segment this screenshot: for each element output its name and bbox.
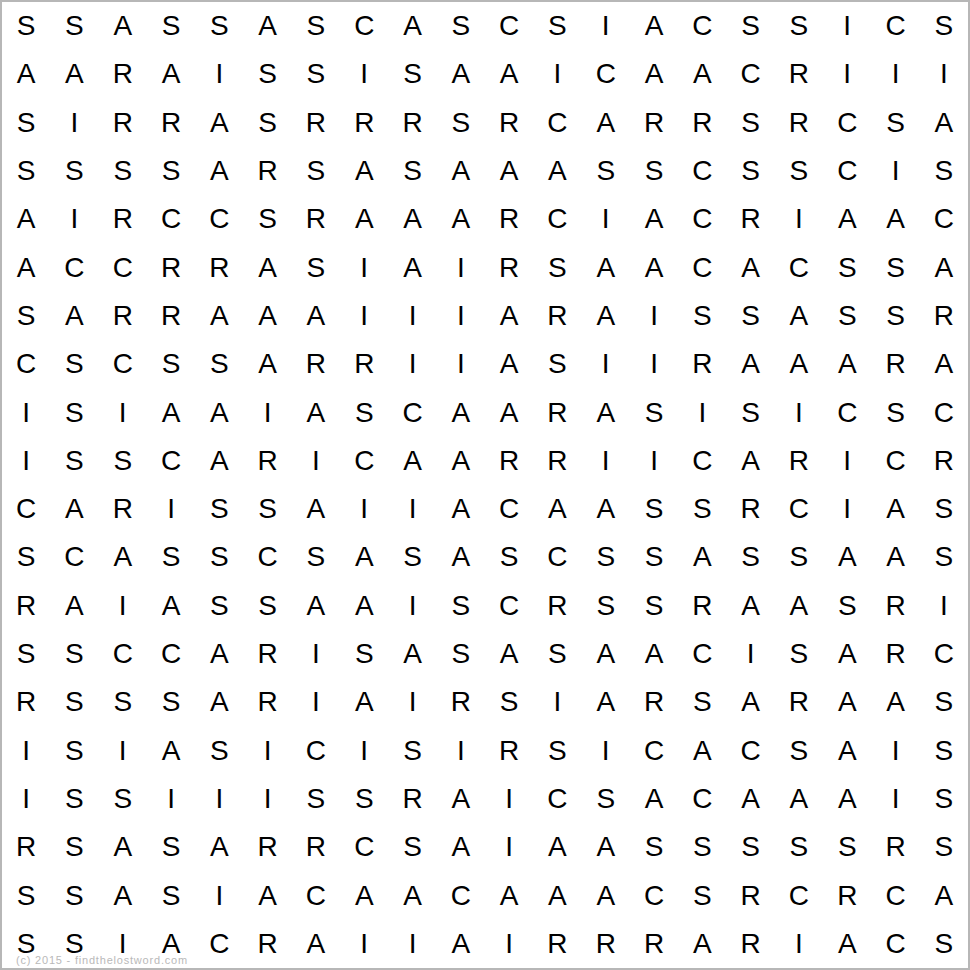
- grid-cell-r20c8[interactable]: I: [340, 920, 388, 968]
- grid-cell-r5c7[interactable]: R: [292, 195, 340, 243]
- grid-cell-r17c1[interactable]: I: [2, 775, 50, 823]
- grid-cell-r12c15[interactable]: A: [678, 533, 726, 581]
- grid-cell-r19c20[interactable]: A: [920, 871, 968, 919]
- grid-cell-r19c15[interactable]: S: [678, 871, 726, 919]
- grid-cell-r10c11[interactable]: R: [485, 437, 533, 485]
- grid-cell-r16c14[interactable]: C: [630, 726, 678, 774]
- grid-cell-r7c18[interactable]: S: [823, 292, 871, 340]
- grid-cell-r16c2[interactable]: S: [50, 726, 98, 774]
- grid-cell-r3c4[interactable]: R: [147, 99, 195, 147]
- grid-cell-r3c12[interactable]: C: [533, 99, 581, 147]
- grid-cell-r2c8[interactable]: I: [340, 50, 388, 98]
- grid-cell-r2c1[interactable]: A: [2, 50, 50, 98]
- grid-cell-r20c3[interactable]: I: [99, 920, 147, 968]
- grid-cell-r11c14[interactable]: S: [630, 485, 678, 533]
- grid-cell-r1c12[interactable]: S: [533, 2, 581, 50]
- grid-cell-r1c19[interactable]: C: [871, 2, 919, 50]
- grid-cell-r19c2[interactable]: S: [50, 871, 98, 919]
- grid-cell-r17c4[interactable]: I: [147, 775, 195, 823]
- grid-cell-r13c13[interactable]: S: [582, 582, 630, 630]
- grid-cell-r11c7[interactable]: A: [292, 485, 340, 533]
- grid-cell-r16c1[interactable]: I: [2, 726, 50, 774]
- grid-cell-r10c18[interactable]: I: [823, 437, 871, 485]
- grid-cell-r3c18[interactable]: C: [823, 99, 871, 147]
- grid-cell-r1c20[interactable]: S: [920, 2, 968, 50]
- grid-cell-r8c12[interactable]: S: [533, 340, 581, 388]
- grid-cell-r14c11[interactable]: A: [485, 630, 533, 678]
- grid-cell-r14c15[interactable]: C: [678, 630, 726, 678]
- grid-cell-r19c5[interactable]: I: [195, 871, 243, 919]
- grid-cell-r9c12[interactable]: R: [533, 388, 581, 436]
- grid-cell-r14c8[interactable]: S: [340, 630, 388, 678]
- grid-cell-r13c10[interactable]: S: [437, 582, 485, 630]
- grid-cell-r13c20[interactable]: I: [920, 582, 968, 630]
- grid-cell-r9c1[interactable]: I: [2, 388, 50, 436]
- grid-cell-r14c17[interactable]: S: [775, 630, 823, 678]
- grid-cell-r7c10[interactable]: I: [437, 292, 485, 340]
- grid-cell-r20c7[interactable]: A: [292, 920, 340, 968]
- grid-cell-r16c12[interactable]: S: [533, 726, 581, 774]
- grid-cell-r6c4[interactable]: R: [147, 243, 195, 291]
- grid-cell-r7c9[interactable]: I: [388, 292, 436, 340]
- grid-cell-r19c18[interactable]: R: [823, 871, 871, 919]
- grid-cell-r20c19[interactable]: C: [871, 920, 919, 968]
- grid-cell-r9c11[interactable]: A: [485, 388, 533, 436]
- grid-cell-r8c14[interactable]: I: [630, 340, 678, 388]
- grid-cell-r3c6[interactable]: S: [243, 99, 291, 147]
- grid-cell-r19c1[interactable]: S: [2, 871, 50, 919]
- grid-cell-r10c19[interactable]: C: [871, 437, 919, 485]
- grid-cell-r19c13[interactable]: A: [582, 871, 630, 919]
- grid-cell-r19c16[interactable]: R: [726, 871, 774, 919]
- grid-cell-r3c7[interactable]: R: [292, 99, 340, 147]
- grid-cell-r1c3[interactable]: A: [99, 2, 147, 50]
- grid-cell-r3c5[interactable]: A: [195, 99, 243, 147]
- grid-cell-r15c7[interactable]: I: [292, 678, 340, 726]
- grid-cell-r11c19[interactable]: A: [871, 485, 919, 533]
- grid-cell-r2c10[interactable]: A: [437, 50, 485, 98]
- grid-cell-r3c2[interactable]: I: [50, 99, 98, 147]
- grid-cell-r5c6[interactable]: S: [243, 195, 291, 243]
- grid-cell-r4c10[interactable]: A: [437, 147, 485, 195]
- grid-cell-r4c17[interactable]: S: [775, 147, 823, 195]
- grid-cell-r12c5[interactable]: S: [195, 533, 243, 581]
- grid-cell-r16c3[interactable]: I: [99, 726, 147, 774]
- grid-cell-r12c14[interactable]: S: [630, 533, 678, 581]
- grid-cell-r20c14[interactable]: R: [630, 920, 678, 968]
- grid-cell-r5c20[interactable]: C: [920, 195, 968, 243]
- grid-cell-r5c8[interactable]: A: [340, 195, 388, 243]
- grid-cell-r6c1[interactable]: A: [2, 243, 50, 291]
- grid-cell-r18c13[interactable]: A: [582, 823, 630, 871]
- grid-cell-r9c17[interactable]: I: [775, 388, 823, 436]
- grid-cell-r10c4[interactable]: C: [147, 437, 195, 485]
- grid-cell-r18c11[interactable]: I: [485, 823, 533, 871]
- grid-cell-r6c9[interactable]: A: [388, 243, 436, 291]
- grid-cell-r5c5[interactable]: C: [195, 195, 243, 243]
- grid-cell-r16c11[interactable]: R: [485, 726, 533, 774]
- grid-cell-r17c5[interactable]: I: [195, 775, 243, 823]
- grid-cell-r4c14[interactable]: S: [630, 147, 678, 195]
- grid-cell-r18c17[interactable]: S: [775, 823, 823, 871]
- grid-cell-r10c20[interactable]: R: [920, 437, 968, 485]
- grid-cell-r4c16[interactable]: S: [726, 147, 774, 195]
- grid-cell-r5c1[interactable]: A: [2, 195, 50, 243]
- grid-cell-r8c20[interactable]: A: [920, 340, 968, 388]
- grid-cell-r7c12[interactable]: R: [533, 292, 581, 340]
- grid-cell-r9c7[interactable]: A: [292, 388, 340, 436]
- grid-cell-r15c2[interactable]: S: [50, 678, 98, 726]
- grid-cell-r5c10[interactable]: A: [437, 195, 485, 243]
- grid-cell-r11c12[interactable]: A: [533, 485, 581, 533]
- grid-cell-r12c20[interactable]: S: [920, 533, 968, 581]
- grid-cell-r19c3[interactable]: A: [99, 871, 147, 919]
- grid-cell-r5c12[interactable]: C: [533, 195, 581, 243]
- grid-cell-r11c3[interactable]: R: [99, 485, 147, 533]
- grid-cell-r20c5[interactable]: C: [195, 920, 243, 968]
- grid-cell-r17c7[interactable]: S: [292, 775, 340, 823]
- grid-cell-r6c10[interactable]: I: [437, 243, 485, 291]
- grid-cell-r2c14[interactable]: A: [630, 50, 678, 98]
- grid-cell-r7c1[interactable]: S: [2, 292, 50, 340]
- grid-cell-r6c17[interactable]: C: [775, 243, 823, 291]
- grid-cell-r17c16[interactable]: A: [726, 775, 774, 823]
- grid-cell-r3c11[interactable]: R: [485, 99, 533, 147]
- grid-cell-r15c10[interactable]: R: [437, 678, 485, 726]
- grid-cell-r12c10[interactable]: A: [437, 533, 485, 581]
- grid-cell-r7c3[interactable]: R: [99, 292, 147, 340]
- grid-cell-r3c19[interactable]: S: [871, 99, 919, 147]
- grid-cell-r16c16[interactable]: C: [726, 726, 774, 774]
- grid-cell-r18c3[interactable]: A: [99, 823, 147, 871]
- grid-cell-r20c4[interactable]: A: [147, 920, 195, 968]
- grid-cell-r5c19[interactable]: A: [871, 195, 919, 243]
- grid-cell-r2c11[interactable]: A: [485, 50, 533, 98]
- grid-cell-r15c14[interactable]: R: [630, 678, 678, 726]
- grid-cell-r9c4[interactable]: A: [147, 388, 195, 436]
- grid-cell-r4c1[interactable]: S: [2, 147, 50, 195]
- grid-cell-r9c8[interactable]: S: [340, 388, 388, 436]
- grid-cell-r18c6[interactable]: R: [243, 823, 291, 871]
- grid-cell-r14c6[interactable]: R: [243, 630, 291, 678]
- grid-cell-r11c2[interactable]: A: [50, 485, 98, 533]
- grid-cell-r5c9[interactable]: A: [388, 195, 436, 243]
- grid-cell-r13c1[interactable]: R: [2, 582, 50, 630]
- grid-cell-r9c9[interactable]: C: [388, 388, 436, 436]
- grid-cell-r5c11[interactable]: R: [485, 195, 533, 243]
- grid-cell-r6c5[interactable]: R: [195, 243, 243, 291]
- grid-cell-r5c13[interactable]: I: [582, 195, 630, 243]
- grid-cell-r13c4[interactable]: A: [147, 582, 195, 630]
- grid-cell-r7c17[interactable]: A: [775, 292, 823, 340]
- grid-cell-r5c16[interactable]: R: [726, 195, 774, 243]
- grid-cell-r12c6[interactable]: C: [243, 533, 291, 581]
- grid-cell-r15c20[interactable]: S: [920, 678, 968, 726]
- grid-cell-r15c5[interactable]: A: [195, 678, 243, 726]
- grid-cell-r7c6[interactable]: A: [243, 292, 291, 340]
- grid-cell-r10c1[interactable]: I: [2, 437, 50, 485]
- grid-cell-r20c17[interactable]: I: [775, 920, 823, 968]
- grid-cell-r8c2[interactable]: S: [50, 340, 98, 388]
- grid-cell-r3c15[interactable]: R: [678, 99, 726, 147]
- grid-cell-r4c9[interactable]: S: [388, 147, 436, 195]
- grid-cell-r11c15[interactable]: S: [678, 485, 726, 533]
- grid-cell-r9c19[interactable]: S: [871, 388, 919, 436]
- grid-cell-r18c15[interactable]: S: [678, 823, 726, 871]
- grid-cell-r11c13[interactable]: A: [582, 485, 630, 533]
- grid-cell-r4c19[interactable]: I: [871, 147, 919, 195]
- grid-cell-r20c6[interactable]: R: [243, 920, 291, 968]
- grid-cell-r4c13[interactable]: S: [582, 147, 630, 195]
- grid-cell-r14c16[interactable]: I: [726, 630, 774, 678]
- grid-cell-r8c10[interactable]: I: [437, 340, 485, 388]
- grid-cell-r15c9[interactable]: I: [388, 678, 436, 726]
- grid-cell-r16c8[interactable]: I: [340, 726, 388, 774]
- grid-cell-r14c14[interactable]: A: [630, 630, 678, 678]
- grid-cell-r4c12[interactable]: A: [533, 147, 581, 195]
- grid-cell-r13c2[interactable]: A: [50, 582, 98, 630]
- grid-cell-r16c20[interactable]: S: [920, 726, 968, 774]
- grid-cell-r14c13[interactable]: A: [582, 630, 630, 678]
- grid-cell-r15c17[interactable]: R: [775, 678, 823, 726]
- grid-cell-r7c5[interactable]: A: [195, 292, 243, 340]
- grid-cell-r17c8[interactable]: S: [340, 775, 388, 823]
- grid-cell-r11c18[interactable]: I: [823, 485, 871, 533]
- grid-cell-r4c8[interactable]: A: [340, 147, 388, 195]
- grid-cell-r12c7[interactable]: S: [292, 533, 340, 581]
- grid-cell-r7c2[interactable]: A: [50, 292, 98, 340]
- grid-cell-r12c13[interactable]: S: [582, 533, 630, 581]
- grid-cell-r11c17[interactable]: C: [775, 485, 823, 533]
- grid-cell-r10c17[interactable]: R: [775, 437, 823, 485]
- grid-cell-r6c2[interactable]: C: [50, 243, 98, 291]
- grid-cell-r15c12[interactable]: I: [533, 678, 581, 726]
- grid-cell-r20c20[interactable]: S: [920, 920, 968, 968]
- grid-cell-r10c5[interactable]: A: [195, 437, 243, 485]
- grid-cell-r11c20[interactable]: S: [920, 485, 968, 533]
- grid-cell-r19c10[interactable]: C: [437, 871, 485, 919]
- grid-cell-r13c3[interactable]: I: [99, 582, 147, 630]
- grid-cell-r7c20[interactable]: R: [920, 292, 968, 340]
- grid-cell-r12c1[interactable]: S: [2, 533, 50, 581]
- grid-cell-r18c4[interactable]: S: [147, 823, 195, 871]
- grid-cell-r6c18[interactable]: S: [823, 243, 871, 291]
- grid-cell-r18c9[interactable]: S: [388, 823, 436, 871]
- grid-cell-r13c17[interactable]: A: [775, 582, 823, 630]
- grid-cell-r16c10[interactable]: I: [437, 726, 485, 774]
- grid-cell-r18c1[interactable]: R: [2, 823, 50, 871]
- grid-cell-r9c5[interactable]: A: [195, 388, 243, 436]
- grid-cell-r20c9[interactable]: I: [388, 920, 436, 968]
- grid-cell-r12c8[interactable]: A: [340, 533, 388, 581]
- grid-cell-r11c10[interactable]: A: [437, 485, 485, 533]
- grid-cell-r4c11[interactable]: A: [485, 147, 533, 195]
- grid-cell-r15c19[interactable]: A: [871, 678, 919, 726]
- grid-cell-r17c13[interactable]: S: [582, 775, 630, 823]
- grid-cell-r18c7[interactable]: R: [292, 823, 340, 871]
- grid-cell-r8c5[interactable]: S: [195, 340, 243, 388]
- grid-cell-r8c15[interactable]: R: [678, 340, 726, 388]
- grid-cell-r6c20[interactable]: A: [920, 243, 968, 291]
- grid-cell-r1c11[interactable]: C: [485, 2, 533, 50]
- grid-cell-r2c5[interactable]: I: [195, 50, 243, 98]
- grid-cell-r5c18[interactable]: A: [823, 195, 871, 243]
- grid-cell-r11c5[interactable]: S: [195, 485, 243, 533]
- grid-cell-r10c16[interactable]: A: [726, 437, 774, 485]
- grid-cell-r4c5[interactable]: A: [195, 147, 243, 195]
- grid-cell-r16c13[interactable]: I: [582, 726, 630, 774]
- grid-cell-r8c4[interactable]: S: [147, 340, 195, 388]
- grid-cell-r1c16[interactable]: S: [726, 2, 774, 50]
- grid-cell-r5c4[interactable]: C: [147, 195, 195, 243]
- grid-cell-r8c1[interactable]: C: [2, 340, 50, 388]
- grid-cell-r20c1[interactable]: S: [2, 920, 50, 968]
- grid-cell-r5c3[interactable]: R: [99, 195, 147, 243]
- grid-cell-r19c9[interactable]: A: [388, 871, 436, 919]
- grid-cell-r12c4[interactable]: S: [147, 533, 195, 581]
- grid-cell-r1c8[interactable]: C: [340, 2, 388, 50]
- grid-cell-r11c11[interactable]: C: [485, 485, 533, 533]
- grid-cell-r18c16[interactable]: S: [726, 823, 774, 871]
- grid-cell-r17c17[interactable]: A: [775, 775, 823, 823]
- grid-cell-r17c20[interactable]: S: [920, 775, 968, 823]
- grid-cell-r3c14[interactable]: R: [630, 99, 678, 147]
- grid-cell-r18c8[interactable]: C: [340, 823, 388, 871]
- grid-cell-r17c15[interactable]: C: [678, 775, 726, 823]
- grid-cell-r4c3[interactable]: S: [99, 147, 147, 195]
- grid-cell-r15c1[interactable]: R: [2, 678, 50, 726]
- grid-cell-r6c14[interactable]: A: [630, 243, 678, 291]
- grid-cell-r18c14[interactable]: S: [630, 823, 678, 871]
- grid-cell-r7c16[interactable]: S: [726, 292, 774, 340]
- grid-cell-r7c8[interactable]: I: [340, 292, 388, 340]
- grid-cell-r13c11[interactable]: C: [485, 582, 533, 630]
- grid-cell-r20c18[interactable]: A: [823, 920, 871, 968]
- grid-cell-r16c4[interactable]: A: [147, 726, 195, 774]
- grid-cell-r14c4[interactable]: C: [147, 630, 195, 678]
- grid-cell-r20c12[interactable]: R: [533, 920, 581, 968]
- grid-cell-r2c12[interactable]: I: [533, 50, 581, 98]
- grid-cell-r11c9[interactable]: I: [388, 485, 436, 533]
- grid-cell-r17c10[interactable]: A: [437, 775, 485, 823]
- grid-cell-r4c20[interactable]: S: [920, 147, 968, 195]
- grid-cell-r14c20[interactable]: C: [920, 630, 968, 678]
- grid-cell-r15c16[interactable]: A: [726, 678, 774, 726]
- grid-cell-r3c10[interactable]: S: [437, 99, 485, 147]
- grid-cell-r2c4[interactable]: A: [147, 50, 195, 98]
- grid-cell-r8c3[interactable]: C: [99, 340, 147, 388]
- grid-cell-r9c13[interactable]: A: [582, 388, 630, 436]
- grid-cell-r5c2[interactable]: I: [50, 195, 98, 243]
- grid-cell-r1c18[interactable]: I: [823, 2, 871, 50]
- grid-cell-r13c9[interactable]: I: [388, 582, 436, 630]
- grid-cell-r10c8[interactable]: C: [340, 437, 388, 485]
- grid-cell-r13c7[interactable]: A: [292, 582, 340, 630]
- grid-cell-r4c2[interactable]: S: [50, 147, 98, 195]
- grid-cell-r13c15[interactable]: R: [678, 582, 726, 630]
- grid-cell-r12c11[interactable]: S: [485, 533, 533, 581]
- grid-cell-r18c20[interactable]: S: [920, 823, 968, 871]
- grid-cell-r8c8[interactable]: R: [340, 340, 388, 388]
- grid-cell-r16c17[interactable]: S: [775, 726, 823, 774]
- grid-cell-r12c3[interactable]: A: [99, 533, 147, 581]
- grid-cell-r12c19[interactable]: A: [871, 533, 919, 581]
- grid-cell-r6c11[interactable]: R: [485, 243, 533, 291]
- grid-cell-r16c15[interactable]: A: [678, 726, 726, 774]
- grid-cell-r11c16[interactable]: R: [726, 485, 774, 533]
- grid-cell-r10c13[interactable]: I: [582, 437, 630, 485]
- grid-cell-r14c10[interactable]: S: [437, 630, 485, 678]
- grid-cell-r7c13[interactable]: A: [582, 292, 630, 340]
- grid-cell-r10c7[interactable]: I: [292, 437, 340, 485]
- grid-cell-r5c17[interactable]: I: [775, 195, 823, 243]
- grid-cell-r7c15[interactable]: S: [678, 292, 726, 340]
- grid-cell-r18c5[interactable]: A: [195, 823, 243, 871]
- grid-cell-r12c16[interactable]: S: [726, 533, 774, 581]
- grid-cell-r6c19[interactable]: S: [871, 243, 919, 291]
- grid-cell-r19c19[interactable]: C: [871, 871, 919, 919]
- grid-cell-r19c8[interactable]: A: [340, 871, 388, 919]
- grid-cell-r14c9[interactable]: A: [388, 630, 436, 678]
- grid-cell-r3c13[interactable]: A: [582, 99, 630, 147]
- grid-cell-r4c15[interactable]: C: [678, 147, 726, 195]
- grid-cell-r2c15[interactable]: A: [678, 50, 726, 98]
- grid-cell-r5c15[interactable]: C: [678, 195, 726, 243]
- grid-cell-r8c7[interactable]: R: [292, 340, 340, 388]
- grid-cell-r2c13[interactable]: C: [582, 50, 630, 98]
- grid-cell-r20c15[interactable]: A: [678, 920, 726, 968]
- grid-cell-r16c19[interactable]: I: [871, 726, 919, 774]
- grid-cell-r17c2[interactable]: S: [50, 775, 98, 823]
- grid-cell-r20c13[interactable]: R: [582, 920, 630, 968]
- grid-cell-r1c15[interactable]: C: [678, 2, 726, 50]
- grid-cell-r4c6[interactable]: R: [243, 147, 291, 195]
- grid-cell-r7c19[interactable]: S: [871, 292, 919, 340]
- grid-cell-r10c6[interactable]: R: [243, 437, 291, 485]
- grid-cell-r2c16[interactable]: C: [726, 50, 774, 98]
- grid-cell-r2c17[interactable]: R: [775, 50, 823, 98]
- grid-cell-r20c2[interactable]: S: [50, 920, 98, 968]
- grid-cell-r14c3[interactable]: C: [99, 630, 147, 678]
- grid-cell-r8c6[interactable]: A: [243, 340, 291, 388]
- grid-cell-r12c2[interactable]: C: [50, 533, 98, 581]
- grid-cell-r8c11[interactable]: A: [485, 340, 533, 388]
- grid-cell-r5c14[interactable]: A: [630, 195, 678, 243]
- grid-cell-r4c4[interactable]: S: [147, 147, 195, 195]
- grid-cell-r6c7[interactable]: S: [292, 243, 340, 291]
- grid-cell-r6c12[interactable]: S: [533, 243, 581, 291]
- grid-cell-r8c18[interactable]: A: [823, 340, 871, 388]
- grid-cell-r8c13[interactable]: I: [582, 340, 630, 388]
- grid-cell-r18c10[interactable]: A: [437, 823, 485, 871]
- grid-cell-r9c20[interactable]: C: [920, 388, 968, 436]
- grid-cell-r14c5[interactable]: A: [195, 630, 243, 678]
- grid-cell-r3c20[interactable]: A: [920, 99, 968, 147]
- grid-cell-r1c1[interactable]: S: [2, 2, 50, 50]
- grid-cell-r15c11[interactable]: S: [485, 678, 533, 726]
- grid-cell-r13c5[interactable]: S: [195, 582, 243, 630]
- grid-cell-r9c2[interactable]: S: [50, 388, 98, 436]
- grid-cell-r9c18[interactable]: C: [823, 388, 871, 436]
- grid-cell-r14c2[interactable]: S: [50, 630, 98, 678]
- grid-cell-r9c16[interactable]: S: [726, 388, 774, 436]
- grid-cell-r10c15[interactable]: C: [678, 437, 726, 485]
- grid-cell-r9c14[interactable]: S: [630, 388, 678, 436]
- grid-cell-r9c6[interactable]: I: [243, 388, 291, 436]
- grid-cell-r17c14[interactable]: A: [630, 775, 678, 823]
- grid-cell-r18c2[interactable]: S: [50, 823, 98, 871]
- grid-cell-r10c9[interactable]: A: [388, 437, 436, 485]
